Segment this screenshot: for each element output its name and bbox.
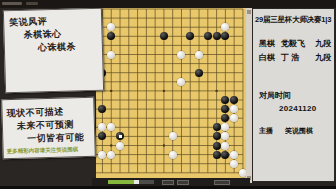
white-stone bbox=[230, 160, 238, 168]
black-stone bbox=[213, 32, 221, 40]
titlebar-text-remnant bbox=[26, 2, 38, 5]
white-stone bbox=[195, 51, 203, 59]
white-stone bbox=[107, 151, 115, 159]
info-panel: 29届三星杯大师决赛1|3 黑棋 党毅飞 九段 白棋 丁 浩 九段 对局时间 2… bbox=[252, 8, 335, 182]
host-label: 主播 bbox=[259, 126, 285, 136]
white-stone bbox=[169, 151, 177, 159]
commentary-card-top: 笑说风评 杀棋诛心 心诛棋杀 bbox=[3, 8, 104, 94]
black-label: 黑棋 bbox=[259, 38, 281, 49]
toolbar-button[interactable] bbox=[162, 180, 174, 185]
black-stone bbox=[213, 132, 221, 140]
host-row: 主播 笑说围棋 bbox=[259, 126, 313, 136]
go-broadcast-window: 笑说风评 杀棋诛心 心诛棋杀 现状不可描述 未来不可预测 一切皆有可能 更多精彩… bbox=[0, 0, 336, 189]
progress-fill bbox=[108, 180, 134, 184]
black-stone bbox=[213, 123, 221, 131]
host-name: 笑说围棋 bbox=[285, 126, 313, 136]
toolbar-button[interactable] bbox=[177, 180, 189, 185]
game-date: 20241120 bbox=[279, 104, 317, 113]
scrollbar-up-icon[interactable] bbox=[247, 10, 251, 14]
black-stone bbox=[195, 69, 203, 77]
window-bottom-edge bbox=[0, 186, 336, 189]
progress-bar[interactable] bbox=[108, 180, 154, 184]
black-stone bbox=[213, 151, 221, 159]
go-board[interactable] bbox=[80, 3, 248, 179]
game-time-label: 对局时间 bbox=[259, 90, 291, 101]
titlebar-text-remnant bbox=[2, 2, 22, 5]
black-player-row: 黑棋 党毅飞 九段 bbox=[259, 38, 333, 49]
card-line: 一切皆有可能 bbox=[27, 131, 84, 146]
event-title: 29届三星杯大师决赛1|3 bbox=[255, 15, 331, 25]
white-label: 白棋 bbox=[259, 52, 281, 63]
black-rank: 九段 bbox=[315, 38, 333, 49]
toolbar-button[interactable] bbox=[214, 180, 230, 185]
white-player-row: 白棋 丁 浩 九段 bbox=[259, 52, 333, 63]
white-player: 丁 浩 bbox=[281, 52, 315, 63]
white-stone bbox=[116, 142, 124, 150]
card-note: 更多精彩内容请关注笑说围棋 bbox=[7, 146, 79, 155]
white-rank: 九段 bbox=[315, 52, 333, 63]
title-bar bbox=[0, 0, 336, 8]
black-player: 党毅飞 bbox=[281, 38, 315, 49]
white-stone bbox=[221, 142, 229, 150]
card-line: 笑说风评 bbox=[9, 15, 47, 29]
commentary-card-bottom: 现状不可描述 未来不可预测 一切皆有可能 更多精彩内容请关注笑说围棋 bbox=[1, 97, 96, 160]
black-stone bbox=[221, 151, 229, 159]
last-move-marker bbox=[119, 135, 122, 138]
white-stone bbox=[107, 51, 115, 59]
white-stone bbox=[230, 151, 238, 159]
black-stone bbox=[213, 142, 221, 150]
progress-handle[interactable] bbox=[134, 180, 139, 184]
card-line: 心诛棋杀 bbox=[38, 40, 76, 54]
card-line: 杀棋诛心 bbox=[23, 28, 61, 42]
